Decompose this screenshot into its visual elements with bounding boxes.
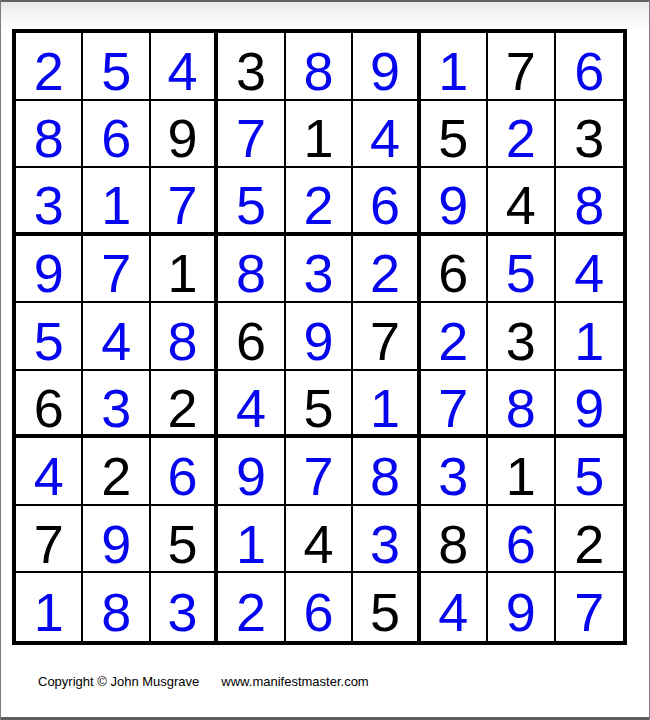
given-digit: 5 (438, 111, 468, 165)
cell-r5c2[interactable]: 4 (83, 303, 150, 371)
solved-digit: 3 (438, 449, 468, 503)
given-digit: 1 (168, 246, 198, 300)
cell-r7c5[interactable]: 7 (286, 438, 353, 506)
footer: Copyright © John Musgravewww.manifestmas… (38, 674, 369, 689)
cell-r2c3[interactable]: 9 (151, 101, 218, 169)
solved-digit: 9 (101, 517, 131, 571)
given-digit: 2 (168, 381, 198, 435)
cell-r8c3[interactable]: 5 (151, 506, 218, 574)
cell-r4c9[interactable]: 4 (556, 236, 623, 304)
solved-digit: 5 (34, 314, 64, 368)
cell-r7c9[interactable]: 5 (556, 438, 623, 506)
cell-r2c1[interactable]: 8 (16, 101, 83, 169)
sudoku-board: 2543891768697145233175269489718326545486… (12, 29, 627, 645)
solved-digit: 4 (236, 381, 266, 435)
cell-r5c9[interactable]: 1 (556, 303, 623, 371)
solved-digit: 1 (101, 178, 131, 232)
page: 2543891768697145233175269489718326545486… (0, 0, 650, 720)
cell-r4c8[interactable]: 5 (488, 236, 555, 304)
cell-r7c8[interactable]: 1 (488, 438, 555, 506)
given-digit: 7 (506, 44, 536, 98)
cell-r4c2[interactable]: 7 (83, 236, 150, 304)
cell-r2c8[interactable]: 2 (488, 101, 555, 169)
cell-r6c1[interactable]: 6 (16, 371, 83, 439)
solved-digit: 1 (34, 585, 64, 639)
cell-r6c8[interactable]: 8 (488, 371, 555, 439)
cell-r7c1[interactable]: 4 (16, 438, 83, 506)
given-digit: 7 (370, 314, 400, 368)
solved-digit: 3 (168, 585, 198, 639)
cell-r9c9[interactable]: 7 (556, 573, 623, 641)
solved-digit: 4 (34, 449, 64, 503)
solved-digit: 9 (34, 246, 64, 300)
solved-digit: 4 (574, 246, 604, 300)
solved-digit: 2 (303, 178, 333, 232)
given-digit: 4 (506, 178, 536, 232)
cell-r9c3[interactable]: 3 (151, 573, 218, 641)
cell-r5c5[interactable]: 9 (286, 303, 353, 371)
cell-r8c4[interactable]: 1 (218, 506, 285, 574)
cell-r8c6[interactable]: 3 (353, 506, 420, 574)
cell-r3c7[interactable]: 9 (421, 168, 488, 236)
solved-digit: 5 (236, 178, 266, 232)
solved-digit: 6 (574, 44, 604, 98)
solved-digit: 8 (370, 449, 400, 503)
given-digit: 6 (438, 246, 468, 300)
given-digit: 1 (303, 111, 333, 165)
cell-r5c1[interactable]: 5 (16, 303, 83, 371)
cell-r8c8[interactable]: 6 (488, 506, 555, 574)
solved-digit: 8 (574, 178, 604, 232)
given-digit: 6 (34, 381, 64, 435)
solved-digit: 7 (236, 111, 266, 165)
solved-digit: 6 (370, 178, 400, 232)
cell-r4c7[interactable]: 6 (421, 236, 488, 304)
cell-r1c1[interactable]: 2 (16, 33, 83, 101)
given-digit: 5 (370, 585, 400, 639)
cell-r7c3[interactable]: 6 (151, 438, 218, 506)
cell-r1c5[interactable]: 8 (286, 33, 353, 101)
solved-digit: 4 (438, 585, 468, 639)
solved-digit: 9 (574, 381, 604, 435)
solved-digit: 2 (34, 44, 64, 98)
cell-r2c5[interactable]: 1 (286, 101, 353, 169)
given-digit: 2 (574, 517, 604, 571)
cell-r9c6[interactable]: 5 (353, 573, 420, 641)
solved-digit: 7 (574, 585, 604, 639)
solved-digit: 9 (370, 44, 400, 98)
solved-digit: 8 (506, 381, 536, 435)
solved-digit: 5 (101, 44, 131, 98)
cell-r3c9[interactable]: 8 (556, 168, 623, 236)
cell-r4c4[interactable]: 8 (218, 236, 285, 304)
cell-r1c9[interactable]: 6 (556, 33, 623, 101)
given-digit: 3 (574, 111, 604, 165)
cell-r6c9[interactable]: 9 (556, 371, 623, 439)
cell-r5c8[interactable]: 3 (488, 303, 555, 371)
solved-digit: 9 (236, 449, 266, 503)
solved-digit: 6 (303, 585, 333, 639)
given-digit: 2 (101, 449, 131, 503)
solved-digit: 2 (506, 111, 536, 165)
website-text: www.manifestmaster.com (221, 674, 368, 689)
cell-r7c6[interactable]: 8 (353, 438, 420, 506)
solved-digit: 8 (34, 111, 64, 165)
cell-r3c3[interactable]: 7 (151, 168, 218, 236)
given-digit: 5 (168, 517, 198, 571)
cell-r6c6[interactable]: 1 (353, 371, 420, 439)
solved-digit: 4 (370, 111, 400, 165)
cell-r3c1[interactable]: 3 (16, 168, 83, 236)
given-digit: 3 (506, 314, 536, 368)
cell-r2c2[interactable]: 6 (83, 101, 150, 169)
cell-r6c3[interactable]: 2 (151, 371, 218, 439)
cell-r7c4[interactable]: 9 (218, 438, 285, 506)
solved-digit: 8 (101, 585, 131, 639)
cell-r8c9[interactable]: 2 (556, 506, 623, 574)
solved-digit: 8 (168, 314, 198, 368)
cell-r9c1[interactable]: 1 (16, 573, 83, 641)
cell-r4c6[interactable]: 2 (353, 236, 420, 304)
given-digit: 6 (236, 314, 266, 368)
solved-digit: 2 (370, 246, 400, 300)
solved-digit: 7 (101, 246, 131, 300)
cell-r4c1[interactable]: 9 (16, 236, 83, 304)
solved-digit: 4 (168, 44, 198, 98)
solved-digit: 1 (236, 517, 266, 571)
cell-r2c7[interactable]: 5 (421, 101, 488, 169)
solved-digit: 8 (303, 44, 333, 98)
cell-r2c4[interactable]: 7 (218, 101, 285, 169)
cell-r7c2[interactable]: 2 (83, 438, 150, 506)
solved-digit: 6 (168, 449, 198, 503)
solved-digit: 9 (438, 178, 468, 232)
solved-digit: 9 (303, 314, 333, 368)
cell-r9c8[interactable]: 9 (488, 573, 555, 641)
given-digit: 1 (506, 449, 536, 503)
cell-r1c7[interactable]: 1 (421, 33, 488, 101)
solved-digit: 7 (438, 381, 468, 435)
cell-r1c2[interactable]: 5 (83, 33, 150, 101)
given-digit: 9 (168, 111, 198, 165)
solved-digit: 3 (370, 517, 400, 571)
solved-digit: 3 (34, 178, 64, 232)
given-digit: 4 (303, 517, 333, 571)
cell-r8c2[interactable]: 9 (83, 506, 150, 574)
cell-r9c7[interactable]: 4 (421, 573, 488, 641)
solved-digit: 7 (303, 449, 333, 503)
cell-r2c9[interactable]: 3 (556, 101, 623, 169)
solved-digit: 6 (506, 517, 536, 571)
cell-r4c3[interactable]: 1 (151, 236, 218, 304)
cell-r1c6[interactable]: 9 (353, 33, 420, 101)
cell-r9c5[interactable]: 6 (286, 573, 353, 641)
cell-r9c2[interactable]: 8 (83, 573, 150, 641)
solved-digit: 5 (506, 246, 536, 300)
cell-r3c5[interactable]: 2 (286, 168, 353, 236)
cell-r3c2[interactable]: 1 (83, 168, 150, 236)
solved-digit: 5 (574, 449, 604, 503)
cell-r8c1[interactable]: 7 (16, 506, 83, 574)
solved-digit: 9 (506, 585, 536, 639)
copyright-text: Copyright © John Musgrave (38, 674, 199, 689)
cell-r6c7[interactable]: 7 (421, 371, 488, 439)
cell-r1c4[interactable]: 3 (218, 33, 285, 101)
cell-r1c8[interactable]: 7 (488, 33, 555, 101)
cell-r3c4[interactable]: 5 (218, 168, 285, 236)
cell-r4c5[interactable]: 3 (286, 236, 353, 304)
given-digit: 5 (303, 381, 333, 435)
solved-digit: 4 (101, 314, 131, 368)
cell-r3c6[interactable]: 6 (353, 168, 420, 236)
solved-digit: 3 (101, 381, 131, 435)
solved-digit: 7 (168, 178, 198, 232)
cell-r5c3[interactable]: 8 (151, 303, 218, 371)
solved-digit: 1 (370, 381, 400, 435)
solved-digit: 1 (574, 314, 604, 368)
cell-r5c6[interactable]: 7 (353, 303, 420, 371)
cell-r6c2[interactable]: 3 (83, 371, 150, 439)
solved-digit: 1 (438, 44, 468, 98)
given-digit: 3 (236, 44, 266, 98)
cell-r3c8[interactable]: 4 (488, 168, 555, 236)
solved-digit: 2 (438, 314, 468, 368)
top-gradient-bar (1, 0, 649, 28)
cell-r6c5[interactable]: 5 (286, 371, 353, 439)
solved-digit: 2 (236, 585, 266, 639)
solved-digit: 8 (236, 246, 266, 300)
cell-r5c4[interactable]: 6 (218, 303, 285, 371)
cell-r6c4[interactable]: 4 (218, 371, 285, 439)
solved-digit: 3 (303, 246, 333, 300)
cell-r8c5[interactable]: 4 (286, 506, 353, 574)
given-digit: 8 (438, 517, 468, 571)
cell-r1c3[interactable]: 4 (151, 33, 218, 101)
cell-r5c7[interactable]: 2 (421, 303, 488, 371)
cell-r9c4[interactable]: 2 (218, 573, 285, 641)
cell-r8c7[interactable]: 8 (421, 506, 488, 574)
cell-r7c7[interactable]: 3 (421, 438, 488, 506)
given-digit: 7 (34, 517, 64, 571)
solved-digit: 6 (101, 111, 131, 165)
cell-r2c6[interactable]: 4 (353, 101, 420, 169)
